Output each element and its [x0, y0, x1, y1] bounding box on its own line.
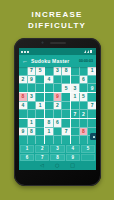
numpad-button-7[interactable]: 7	[35, 154, 49, 162]
sudoku-cell-r7c2[interactable]: 1	[28, 119, 36, 127]
number-pad: 123456789	[19, 144, 96, 161]
sudoku-cell-r5c2[interactable]	[28, 102, 36, 110]
sudoku-cell-r7c5[interactable]: 6	[54, 119, 62, 127]
back-arrow-icon[interactable]: ←	[22, 58, 28, 64]
notification-icon	[27, 51, 29, 53]
numpad-button-3[interactable]: 3	[50, 145, 64, 153]
sudoku-cell-r3c9[interactable]: 9	[88, 84, 96, 92]
signal-icon	[84, 50, 86, 53]
sudoku-cell-r5c3[interactable]: 1	[36, 102, 44, 110]
sudoku-cell-r2c5[interactable]	[54, 76, 62, 84]
box-divider	[19, 92, 96, 93]
sudoku-cell-r7c1[interactable]	[19, 119, 27, 127]
notification-icon	[21, 51, 23, 53]
sudoku-cell-r5c1[interactable]: 4	[19, 102, 27, 110]
box-divider	[19, 118, 96, 119]
sudoku-cell-r4c7[interactable]: 1	[71, 93, 79, 101]
sudoku-cell-r8c2[interactable]: 8	[28, 128, 36, 136]
sudoku-cell-r5c5[interactable]: 2	[54, 102, 62, 110]
sudoku-cell-r4c9[interactable]	[88, 93, 96, 101]
numpad-button-6[interactable]: 6	[20, 154, 34, 162]
numpad-button-9[interactable]: 9	[66, 154, 80, 162]
numpad-button-5[interactable]: 5	[81, 145, 95, 153]
sudoku-cell-r7c9[interactable]	[88, 119, 96, 127]
promo-line2: DIFFICULTY	[0, 20, 114, 31]
sudoku-cell-r5c7[interactable]	[71, 102, 79, 110]
numpad-blank-button[interactable]	[81, 154, 95, 162]
sudoku-cell-r3c2[interactable]	[28, 84, 36, 92]
sudoku-cell-r3c6[interactable]: 5	[62, 84, 70, 92]
sudoku-cell-r6c8[interactable]: 2	[80, 110, 88, 118]
sudoku-cell-r6c4[interactable]	[45, 110, 53, 118]
app-bar: ← Sudoku Master 00:00:03	[19, 55, 96, 67]
sudoku-cell-r6c3[interactable]	[36, 110, 44, 118]
sudoku-cell-r1c2[interactable]: 7	[28, 67, 36, 75]
sudoku-cell-r1c6[interactable]: 8	[62, 67, 70, 75]
sudoku-cell-r4c1[interactable]: 8	[19, 93, 27, 101]
game-timer: 00:00:03	[79, 59, 93, 63]
sudoku-cell-r4c3[interactable]	[36, 93, 44, 101]
sudoku-cell-r7c4[interactable]: 8	[45, 119, 53, 127]
sudoku-cell-r8c7[interactable]	[71, 128, 79, 136]
sudoku-cell-r3c8[interactable]	[80, 84, 88, 92]
sudoku-cell-r1c3[interactable]: 5	[36, 67, 44, 75]
box-divider	[70, 67, 71, 144]
sudoku-cell-r5c9[interactable]: 7	[88, 102, 96, 110]
sudoku-cell-r1c4[interactable]	[45, 67, 53, 75]
sudoku-cell-r7c8[interactable]	[80, 119, 88, 127]
notification-icon	[24, 51, 26, 53]
sudoku-cell-r7c6[interactable]	[62, 119, 70, 127]
sudoku-cell-r4c5[interactable]: 9	[54, 93, 62, 101]
status-clock: :	[93, 50, 94, 53]
sudoku-cell-r6c6[interactable]	[62, 110, 70, 118]
numpad-button-2[interactable]: 2	[35, 145, 49, 153]
sudoku-cell-r1c9[interactable]: 1	[88, 67, 96, 75]
sudoku-cell-r8c4[interactable]: 1	[45, 128, 53, 136]
sudoku-cell-r2c2[interactable]: 9	[28, 76, 36, 84]
hint-badge-icon	[93, 136, 95, 138]
sudoku-cell-r6c7[interactable]: 7	[71, 110, 79, 118]
sudoku-cell-r3c1[interactable]	[19, 84, 27, 92]
numpad-button-8[interactable]: 8	[50, 154, 64, 162]
sudoku-cell-r8c3[interactable]	[36, 128, 44, 136]
sudoku-cell-r6c5[interactable]	[54, 110, 62, 118]
sudoku-cell-r4c8[interactable]: 5	[80, 93, 88, 101]
nav-home-icon[interactable]: ○	[55, 163, 59, 168]
status-bar: :	[19, 48, 96, 55]
sudoku-cell-r2c1[interactable]: 2	[19, 76, 27, 84]
hint-badge[interactable]	[90, 133, 96, 140]
sudoku-cell-r6c2[interactable]	[28, 110, 36, 118]
sudoku-cell-r2c9[interactable]	[88, 76, 96, 84]
sudoku-cell-r9c2[interactable]	[28, 136, 36, 144]
sudoku-board: 7538129465398391541277218698178	[19, 67, 96, 144]
sudoku-cell-r9c5[interactable]	[54, 136, 62, 144]
sudoku-cell-r1c7[interactable]	[71, 67, 79, 75]
sudoku-cell-r9c3[interactable]	[36, 136, 44, 144]
app-title: Sudoku Master	[31, 58, 69, 64]
battery-icon	[90, 50, 92, 53]
sudoku-cell-r1c1[interactable]	[19, 67, 27, 75]
sudoku-cell-r9c6[interactable]	[62, 136, 70, 144]
sudoku-cell-r4c2[interactable]: 3	[28, 93, 36, 101]
sudoku-cell-r4c4[interactable]	[45, 93, 53, 101]
sudoku-cell-r7c3[interactable]	[36, 119, 44, 127]
front-camera-icon	[41, 41, 44, 44]
sudoku-cell-r6c1[interactable]	[19, 110, 27, 118]
sudoku-cell-r8c6[interactable]: 7	[62, 128, 70, 136]
wifi-icon	[87, 50, 89, 53]
numpad-button-4[interactable]: 4	[66, 145, 80, 153]
sudoku-cell-r2c8[interactable]: 6	[80, 76, 88, 84]
sudoku-cell-r2c3[interactable]	[36, 76, 44, 84]
sudoku-cell-r9c4[interactable]	[45, 136, 53, 144]
sudoku-cell-r8c1[interactable]: 9	[19, 128, 27, 136]
box-divider	[44, 67, 45, 144]
phone-screen: : ← Sudoku Master 00:00:03 7538129465398…	[19, 48, 96, 170]
sudoku-cell-r2c7[interactable]	[71, 76, 79, 84]
sudoku-cell-r3c7[interactable]: 3	[71, 84, 79, 92]
sudoku-cell-r5c6[interactable]	[62, 102, 70, 110]
sudoku-cell-r4c6[interactable]	[62, 93, 70, 101]
sudoku-cell-r2c6[interactable]	[62, 76, 70, 84]
sudoku-cell-r1c5[interactable]: 3	[54, 67, 62, 75]
sudoku-cell-r7c7[interactable]	[71, 119, 79, 127]
promo-line1: INCREASE	[0, 9, 114, 20]
sudoku-cell-r8c5[interactable]	[54, 128, 62, 136]
sudoku-cell-r8c8[interactable]: 8	[80, 128, 88, 136]
promo-caption: INCREASE DIFFICULTY	[0, 9, 114, 31]
sudoku-cell-r6c9[interactable]	[88, 110, 96, 118]
sudoku-cell-r3c5[interactable]	[54, 84, 62, 92]
sudoku-cell-r9c1[interactable]	[19, 136, 27, 144]
sudoku-cell-r3c4[interactable]	[45, 84, 53, 92]
sudoku-cell-r5c4[interactable]	[45, 102, 53, 110]
sudoku-cell-r3c3[interactable]	[36, 84, 44, 92]
android-nav-bar: ◁ ○ □	[19, 161, 96, 170]
sudoku-cell-r1c8[interactable]	[80, 67, 88, 75]
nav-back-icon[interactable]: ◁	[40, 163, 44, 168]
phone-mockup: : ← Sudoku Master 00:00:03 7538129465398…	[14, 38, 101, 186]
sudoku-cell-r9c7[interactable]	[71, 136, 79, 144]
sudoku-cell-r5c8[interactable]	[80, 102, 88, 110]
numpad-button-1[interactable]: 1	[20, 145, 34, 153]
sudoku-grid: 7538129465398391541277218698178	[19, 67, 96, 144]
sudoku-cell-r9c8[interactable]	[80, 136, 88, 144]
nav-recents-icon[interactable]: □	[70, 163, 75, 168]
earpiece-speaker	[50, 42, 66, 44]
sudoku-cell-r2c4[interactable]: 4	[45, 76, 53, 84]
